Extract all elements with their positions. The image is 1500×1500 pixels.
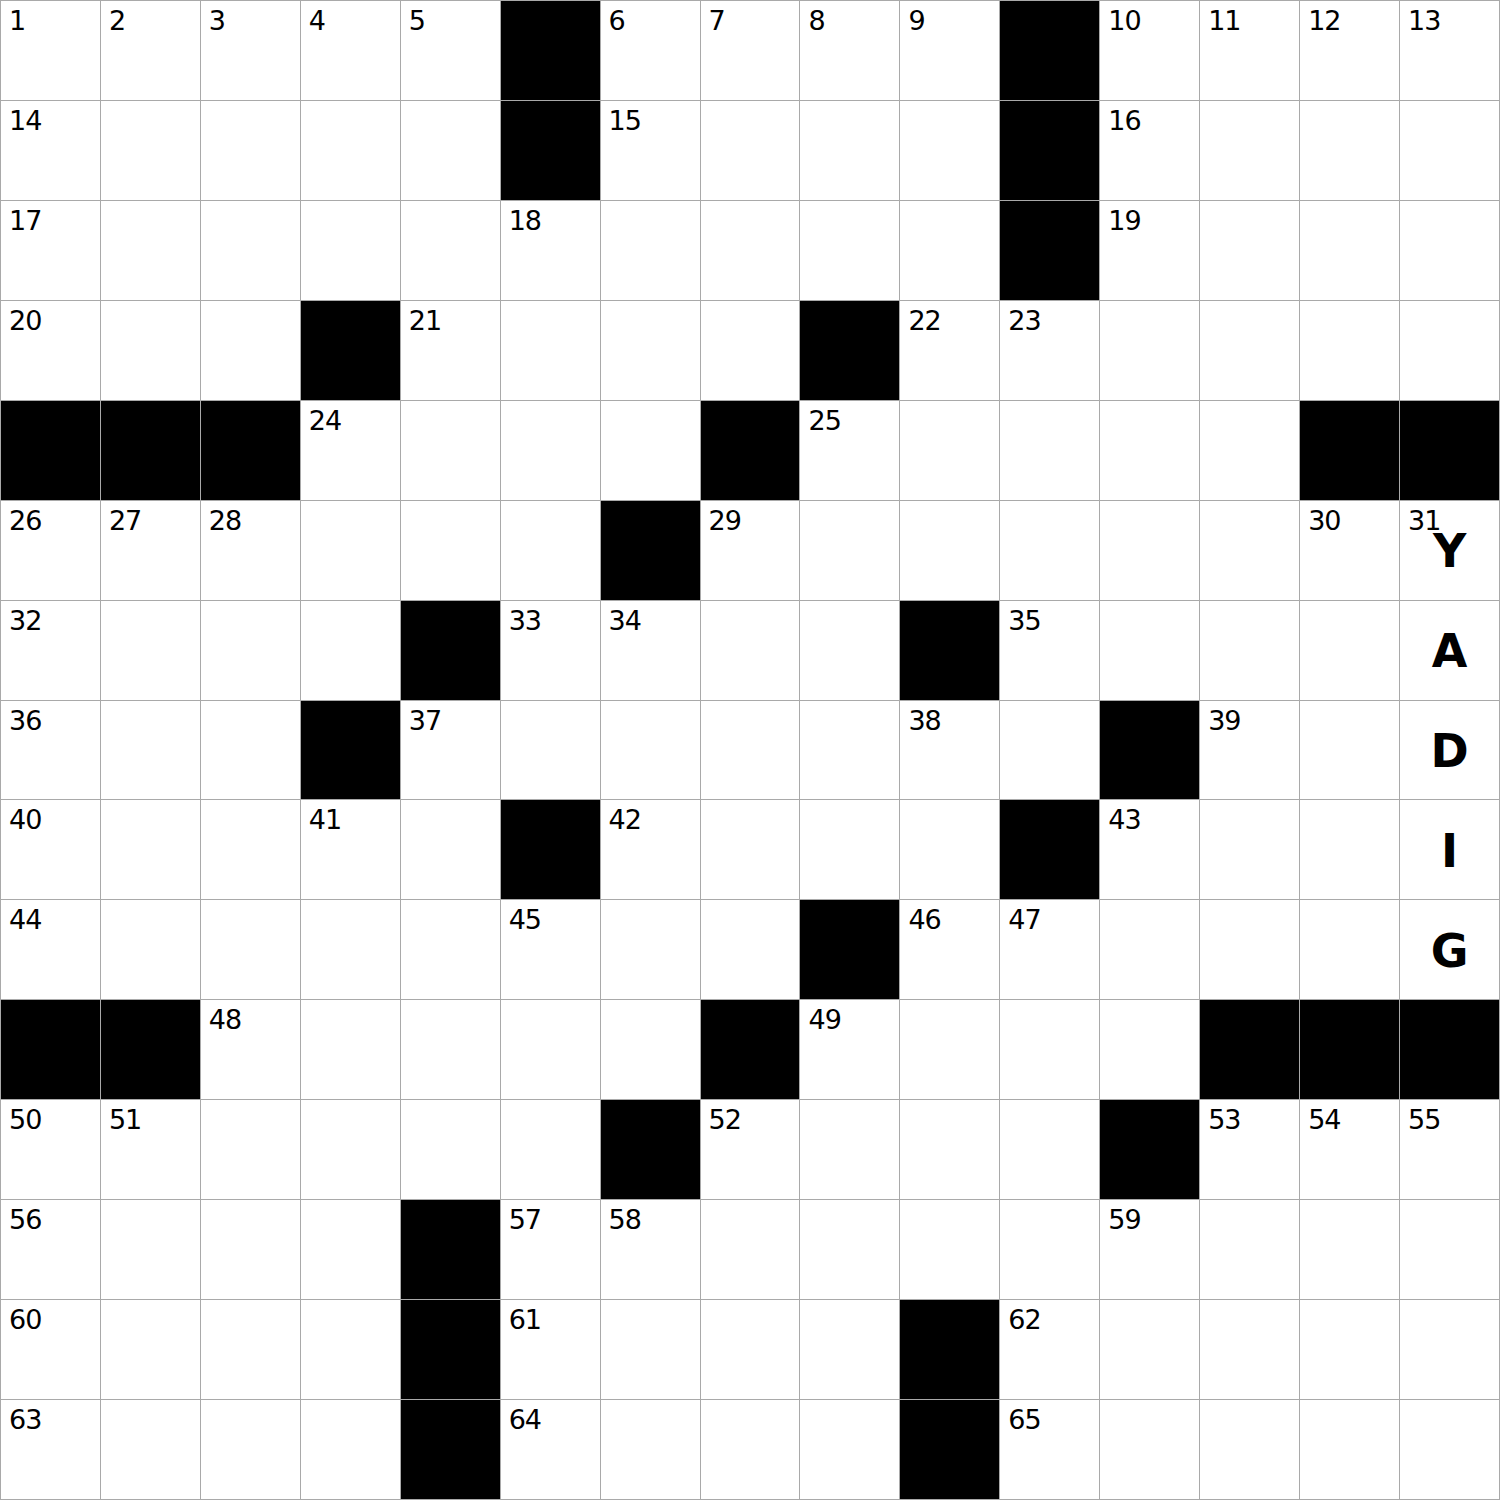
cell-r3c10[interactable] <box>900 201 999 300</box>
cell-r3c7[interactable] <box>601 201 700 300</box>
black-square-r11c1 <box>1 1000 100 1099</box>
clue-number-49: 49 <box>808 1006 840 1033</box>
cell-r5c9[interactable]: 25 <box>800 401 899 500</box>
cell-r10c5[interactable] <box>401 900 500 999</box>
clue-number-2: 2 <box>109 7 125 34</box>
clue-number-46: 46 <box>908 906 940 933</box>
cell-r6c15[interactable]: 31Y <box>1400 501 1499 600</box>
cell-r13c1[interactable]: 56 <box>1 1200 100 1299</box>
cell-r12c15[interactable]: 55 <box>1400 1100 1499 1199</box>
cell-r12c4[interactable] <box>301 1100 400 1199</box>
clue-number-28: 28 <box>209 507 241 534</box>
clue-number-19: 19 <box>1108 207 1140 234</box>
black-square-r14c5 <box>401 1300 500 1399</box>
clue-number-24: 24 <box>309 407 341 434</box>
clue-number-9: 9 <box>908 7 924 34</box>
cell-r12c10[interactable] <box>900 1100 999 1199</box>
cell-letter: D <box>1400 701 1499 800</box>
cell-r7c6[interactable]: 33 <box>501 601 600 700</box>
cell-r8c3[interactable] <box>201 701 300 800</box>
clue-number-44: 44 <box>9 906 41 933</box>
clue-number-60: 60 <box>9 1306 41 1333</box>
clue-number-5: 5 <box>409 7 425 34</box>
black-square-r11c2 <box>101 1000 200 1099</box>
cell-r1c2[interactable]: 2 <box>101 1 200 100</box>
cell-r11c10[interactable] <box>900 1000 999 1099</box>
cell-r13c11[interactable] <box>1000 1200 1099 1299</box>
cell-r7c15[interactable]: A <box>1400 601 1499 700</box>
clue-number-40: 40 <box>9 806 41 833</box>
cell-r6c6[interactable] <box>501 501 600 600</box>
cell-r14c1[interactable]: 60 <box>1 1300 100 1399</box>
clue-number-59: 59 <box>1108 1206 1140 1233</box>
cell-r10c15[interactable]: G <box>1400 900 1499 999</box>
black-square-r2c11 <box>1000 101 1099 200</box>
cell-r14c13[interactable] <box>1200 1300 1299 1399</box>
cell-r2c13[interactable] <box>1200 101 1299 200</box>
cell-r5c7[interactable] <box>601 401 700 500</box>
cell-r15c11[interactable]: 65 <box>1000 1400 1099 1499</box>
cell-r12c2[interactable]: 51 <box>101 1100 200 1199</box>
cell-r4c15[interactable] <box>1400 301 1499 400</box>
cell-r1c8[interactable]: 7 <box>701 1 800 100</box>
black-square-r13c5 <box>401 1200 500 1299</box>
cell-r15c8[interactable] <box>701 1400 800 1499</box>
cell-r7c14[interactable] <box>1300 601 1399 700</box>
cell-r9c1[interactable]: 40 <box>1 800 100 899</box>
cell-r15c6[interactable]: 64 <box>501 1400 600 1499</box>
black-square-r7c5 <box>401 601 500 700</box>
black-square-r5c14 <box>1300 401 1399 500</box>
clue-number-23: 23 <box>1008 307 1040 334</box>
cell-r6c10[interactable] <box>900 501 999 600</box>
cell-r6c12[interactable] <box>1100 501 1199 600</box>
cell-r13c4[interactable] <box>301 1200 400 1299</box>
cell-r15c7[interactable] <box>601 1400 700 1499</box>
cell-r2c15[interactable] <box>1400 101 1499 200</box>
black-square-r9c11 <box>1000 800 1099 899</box>
cell-r10c8[interactable] <box>701 900 800 999</box>
clue-number-8: 8 <box>808 7 824 34</box>
cell-r8c5[interactable]: 37 <box>401 701 500 800</box>
cell-r9c2[interactable] <box>101 800 200 899</box>
cell-r4c1[interactable]: 20 <box>1 301 100 400</box>
cell-r13c2[interactable] <box>101 1200 200 1299</box>
black-square-r1c11 <box>1000 1 1099 100</box>
cell-r11c9[interactable]: 49 <box>800 1000 899 1099</box>
cell-r10c2[interactable] <box>101 900 200 999</box>
cell-r12c9[interactable] <box>800 1100 899 1199</box>
cell-r13c6[interactable]: 57 <box>501 1200 600 1299</box>
cell-r1c15[interactable]: 13 <box>1400 1 1499 100</box>
cell-letter: A <box>1400 601 1499 700</box>
cell-r10c3[interactable] <box>201 900 300 999</box>
cell-r14c11[interactable]: 62 <box>1000 1300 1099 1399</box>
clue-number-34: 34 <box>609 607 641 634</box>
cell-r13c13[interactable] <box>1200 1200 1299 1299</box>
cell-r1c1[interactable]: 1 <box>1 1 100 100</box>
cell-r15c13[interactable] <box>1200 1400 1299 1499</box>
black-square-r5c2 <box>101 401 200 500</box>
clue-number-45: 45 <box>509 906 541 933</box>
clue-number-63: 63 <box>9 1406 41 1433</box>
cell-r14c14[interactable] <box>1300 1300 1399 1399</box>
black-square-r14c10 <box>900 1300 999 1399</box>
cell-r13c9[interactable] <box>800 1200 899 1299</box>
cell-r10c6[interactable]: 45 <box>501 900 600 999</box>
black-square-r8c12 <box>1100 701 1199 800</box>
cell-r7c11[interactable]: 35 <box>1000 601 1099 700</box>
clue-number-51: 51 <box>109 1106 141 1133</box>
cell-r9c5[interactable] <box>401 800 500 899</box>
cell-r13c14[interactable] <box>1300 1200 1399 1299</box>
clue-number-64: 64 <box>509 1406 541 1433</box>
cell-r15c3[interactable] <box>201 1400 300 1499</box>
cell-r6c4[interactable] <box>301 501 400 600</box>
black-square-r4c9 <box>800 301 899 400</box>
cell-r8c6[interactable] <box>501 701 600 800</box>
clue-number-6: 6 <box>609 7 625 34</box>
cell-r2c9[interactable] <box>800 101 899 200</box>
cell-r4c7[interactable] <box>601 301 700 400</box>
cell-r12c6[interactable] <box>501 1100 600 1199</box>
clue-number-3: 3 <box>209 7 225 34</box>
clue-number-13: 13 <box>1408 7 1440 34</box>
clue-number-48: 48 <box>209 1006 241 1033</box>
cell-r14c4[interactable] <box>301 1300 400 1399</box>
clue-number-35: 35 <box>1008 607 1040 634</box>
cell-r8c9[interactable] <box>800 701 899 800</box>
cell-r13c12[interactable]: 59 <box>1100 1200 1199 1299</box>
clue-number-65: 65 <box>1008 1406 1040 1433</box>
clue-number-42: 42 <box>609 806 641 833</box>
clue-number-61: 61 <box>509 1306 541 1333</box>
cell-r15c15[interactable] <box>1400 1400 1499 1499</box>
cell-r7c8[interactable] <box>701 601 800 700</box>
clue-number-58: 58 <box>609 1206 641 1233</box>
black-square-r9c6 <box>501 800 600 899</box>
cell-r15c2[interactable] <box>101 1400 200 1499</box>
cell-r2c2[interactable] <box>101 101 200 200</box>
clue-number-47: 47 <box>1008 906 1040 933</box>
cell-r4c10[interactable]: 22 <box>900 301 999 400</box>
cell-r6c3[interactable]: 28 <box>201 501 300 600</box>
clue-number-16: 16 <box>1108 107 1140 134</box>
crossword-grid: 1234567891011121314151617181920212223242… <box>0 0 1500 1500</box>
cell-r6c8[interactable]: 29 <box>701 501 800 600</box>
cell-r4c5[interactable]: 21 <box>401 301 500 400</box>
clue-number-12: 12 <box>1308 7 1340 34</box>
clue-number-57: 57 <box>509 1206 541 1233</box>
black-square-r11c15 <box>1400 1000 1499 1099</box>
clue-number-62: 62 <box>1008 1306 1040 1333</box>
black-square-r5c15 <box>1400 401 1499 500</box>
cell-r1c12[interactable]: 10 <box>1100 1 1199 100</box>
cell-r7c3[interactable] <box>201 601 300 700</box>
cell-r2c5[interactable] <box>401 101 500 200</box>
clue-number-27: 27 <box>109 507 141 534</box>
cell-r2c10[interactable] <box>900 101 999 200</box>
cell-r9c9[interactable] <box>800 800 899 899</box>
cell-r15c1[interactable]: 63 <box>1 1400 100 1499</box>
clue-number-21: 21 <box>409 307 441 334</box>
cell-r1c5[interactable]: 5 <box>401 1 500 100</box>
cell-r10c1[interactable]: 44 <box>1 900 100 999</box>
black-square-r11c8 <box>701 1000 800 1099</box>
cell-r9c13[interactable] <box>1200 800 1299 899</box>
cell-r7c7[interactable]: 34 <box>601 601 700 700</box>
cell-r13c3[interactable] <box>201 1200 300 1299</box>
cell-r12c14[interactable]: 54 <box>1300 1100 1399 1199</box>
cell-r11c12[interactable] <box>1100 1000 1199 1099</box>
clue-number-25: 25 <box>808 407 840 434</box>
cell-r14c9[interactable] <box>800 1300 899 1399</box>
cell-r7c1[interactable]: 32 <box>1 601 100 700</box>
black-square-r15c10 <box>900 1400 999 1499</box>
cell-r12c1[interactable]: 50 <box>1 1100 100 1199</box>
cell-r2c1[interactable]: 14 <box>1 101 100 200</box>
black-square-r10c9 <box>800 900 899 999</box>
clue-number-55: 55 <box>1408 1106 1440 1133</box>
cell-r2c14[interactable] <box>1300 101 1399 200</box>
black-square-r1c6 <box>501 1 600 100</box>
cell-r1c13[interactable]: 11 <box>1200 1 1299 100</box>
cell-r4c6[interactable] <box>501 301 600 400</box>
cell-r13c10[interactable] <box>900 1200 999 1299</box>
cell-r8c1[interactable]: 36 <box>1 701 100 800</box>
cell-r7c2[interactable] <box>101 601 200 700</box>
cell-r8c14[interactable] <box>1300 701 1399 800</box>
cell-r5c12[interactable] <box>1100 401 1199 500</box>
cell-r5c5[interactable] <box>401 401 500 500</box>
cell-r4c13[interactable] <box>1200 301 1299 400</box>
cell-r6c14[interactable]: 30 <box>1300 501 1399 600</box>
black-square-r12c12 <box>1100 1100 1199 1199</box>
cell-r3c1[interactable]: 17 <box>1 201 100 300</box>
clue-number-29: 29 <box>709 507 741 534</box>
cell-r14c3[interactable] <box>201 1300 300 1399</box>
cell-r11c6[interactable] <box>501 1000 600 1099</box>
cell-r8c8[interactable] <box>701 701 800 800</box>
cell-r8c2[interactable] <box>101 701 200 800</box>
cell-r4c12[interactable] <box>1100 301 1199 400</box>
clue-number-15: 15 <box>609 107 641 134</box>
cell-r13c8[interactable] <box>701 1200 800 1299</box>
cell-r2c7[interactable]: 15 <box>601 101 700 200</box>
cell-r3c8[interactable] <box>701 201 800 300</box>
cell-r3c6[interactable]: 18 <box>501 201 600 300</box>
cell-r15c14[interactable] <box>1300 1400 1399 1499</box>
clue-number-41: 41 <box>309 806 341 833</box>
cell-r8c10[interactable]: 38 <box>900 701 999 800</box>
cell-r2c12[interactable]: 16 <box>1100 101 1199 200</box>
cell-r11c11[interactable] <box>1000 1000 1099 1099</box>
cell-r6c11[interactable] <box>1000 501 1099 600</box>
clue-number-4: 4 <box>309 7 325 34</box>
cell-r1c14[interactable]: 12 <box>1300 1 1399 100</box>
cell-r9c14[interactable] <box>1300 800 1399 899</box>
cell-r7c12[interactable] <box>1100 601 1199 700</box>
cell-r12c8[interactable]: 52 <box>701 1100 800 1199</box>
cell-r10c14[interactable] <box>1300 900 1399 999</box>
cell-r6c2[interactable]: 27 <box>101 501 200 600</box>
cell-letter: G <box>1400 900 1499 999</box>
cell-r10c10[interactable]: 46 <box>900 900 999 999</box>
cell-r6c13[interactable] <box>1200 501 1299 600</box>
cell-r3c14[interactable] <box>1300 201 1399 300</box>
clue-number-26: 26 <box>9 507 41 534</box>
cell-r3c12[interactable]: 19 <box>1100 201 1199 300</box>
cell-r15c9[interactable] <box>800 1400 899 1499</box>
black-square-r12c7 <box>601 1100 700 1199</box>
black-square-r5c3 <box>201 401 300 500</box>
clue-number-43: 43 <box>1108 806 1140 833</box>
clue-number-20: 20 <box>9 307 41 334</box>
cell-r8c13[interactable]: 39 <box>1200 701 1299 800</box>
cell-r15c4[interactable] <box>301 1400 400 1499</box>
cell-r8c11[interactable] <box>1000 701 1099 800</box>
cell-r3c5[interactable] <box>401 201 500 300</box>
cell-r9c10[interactable] <box>900 800 999 899</box>
cell-r9c12[interactable]: 43 <box>1100 800 1199 899</box>
cell-r3c13[interactable] <box>1200 201 1299 300</box>
clue-number-38: 38 <box>908 707 940 734</box>
black-square-r15c5 <box>401 1400 500 1499</box>
cell-r3c2[interactable] <box>101 201 200 300</box>
black-square-r2c6 <box>501 101 600 200</box>
cell-r12c13[interactable]: 53 <box>1200 1100 1299 1199</box>
cell-r10c13[interactable] <box>1200 900 1299 999</box>
cell-r8c15[interactable]: D <box>1400 701 1499 800</box>
cell-r6c9[interactable] <box>800 501 899 600</box>
clue-number-53: 53 <box>1208 1106 1240 1133</box>
black-square-r6c7 <box>601 501 700 600</box>
clue-number-39: 39 <box>1208 707 1240 734</box>
cell-r6c1[interactable]: 26 <box>1 501 100 600</box>
black-square-r3c11 <box>1000 201 1099 300</box>
cell-r11c3[interactable]: 48 <box>201 1000 300 1099</box>
clue-number-7: 7 <box>709 7 725 34</box>
cell-r9c4[interactable]: 41 <box>301 800 400 899</box>
cell-r2c4[interactable] <box>301 101 400 200</box>
cell-r7c4[interactable] <box>301 601 400 700</box>
cell-r3c9[interactable] <box>800 201 899 300</box>
cell-r5c6[interactable] <box>501 401 600 500</box>
cell-r10c4[interactable] <box>301 900 400 999</box>
cell-r13c7[interactable]: 58 <box>601 1200 700 1299</box>
cell-r6c5[interactable] <box>401 501 500 600</box>
cell-r9c7[interactable]: 42 <box>601 800 700 899</box>
cell-r12c3[interactable] <box>201 1100 300 1199</box>
cell-r4c2[interactable] <box>101 301 200 400</box>
cell-r2c8[interactable] <box>701 101 800 200</box>
black-square-r11c14 <box>1300 1000 1399 1099</box>
cell-r1c10[interactable]: 9 <box>900 1 999 100</box>
cell-r12c11[interactable] <box>1000 1100 1099 1199</box>
black-square-r5c1 <box>1 401 100 500</box>
clue-number-10: 10 <box>1108 7 1140 34</box>
cell-r10c12[interactable] <box>1100 900 1199 999</box>
black-square-r11c13 <box>1200 1000 1299 1099</box>
clue-number-56: 56 <box>9 1206 41 1233</box>
clue-number-36: 36 <box>9 707 41 734</box>
cell-r8c7[interactable] <box>601 701 700 800</box>
cell-r3c15[interactable] <box>1400 201 1499 300</box>
cell-r3c3[interactable] <box>201 201 300 300</box>
clue-number-22: 22 <box>908 307 940 334</box>
cell-r4c3[interactable] <box>201 301 300 400</box>
clue-number-14: 14 <box>9 107 41 134</box>
cell-r1c9[interactable]: 8 <box>800 1 899 100</box>
cell-r2c3[interactable] <box>201 101 300 200</box>
black-square-r7c10 <box>900 601 999 700</box>
cell-r5c11[interactable] <box>1000 401 1099 500</box>
clue-number-37: 37 <box>409 707 441 734</box>
clue-number-50: 50 <box>9 1106 41 1133</box>
cell-r14c2[interactable] <box>101 1300 200 1399</box>
cell-r9c15[interactable]: I <box>1400 800 1499 899</box>
cell-r14c7[interactable] <box>601 1300 700 1399</box>
cell-r11c7[interactable] <box>601 1000 700 1099</box>
cell-letter: Y <box>1400 501 1499 600</box>
clue-number-52: 52 <box>709 1106 741 1133</box>
cell-r3c4[interactable] <box>301 201 400 300</box>
cell-r1c7[interactable]: 6 <box>601 1 700 100</box>
black-square-r5c8 <box>701 401 800 500</box>
cell-letter: I <box>1400 800 1499 899</box>
cell-r14c6[interactable]: 61 <box>501 1300 600 1399</box>
cell-r11c5[interactable] <box>401 1000 500 1099</box>
clue-number-17: 17 <box>9 207 41 234</box>
cell-r14c8[interactable] <box>701 1300 800 1399</box>
cell-r5c10[interactable] <box>900 401 999 500</box>
cell-r15c12[interactable] <box>1100 1400 1199 1499</box>
cell-r7c13[interactable] <box>1200 601 1299 700</box>
cell-r10c11[interactable]: 47 <box>1000 900 1099 999</box>
clue-number-32: 32 <box>9 607 41 634</box>
black-square-r8c4 <box>301 701 400 800</box>
clue-number-54: 54 <box>1308 1106 1340 1133</box>
cell-r5c4[interactable]: 24 <box>301 401 400 500</box>
clue-number-1: 1 <box>9 7 25 34</box>
cell-r4c14[interactable] <box>1300 301 1399 400</box>
cell-r7c9[interactable] <box>800 601 899 700</box>
cell-r4c11[interactable]: 23 <box>1000 301 1099 400</box>
clue-number-18: 18 <box>509 207 541 234</box>
black-square-r4c4 <box>301 301 400 400</box>
cell-r4c8[interactable] <box>701 301 800 400</box>
clue-number-33: 33 <box>509 607 541 634</box>
cell-r1c4[interactable]: 4 <box>301 1 400 100</box>
clue-number-30: 30 <box>1308 507 1340 534</box>
clue-number-11: 11 <box>1208 7 1240 34</box>
cell-r5c13[interactable] <box>1200 401 1299 500</box>
cell-r1c3[interactable]: 3 <box>201 1 300 100</box>
cell-r9c3[interactable] <box>201 800 300 899</box>
cell-r13c15[interactable] <box>1400 1200 1499 1299</box>
cell-r14c12[interactable] <box>1100 1300 1199 1399</box>
cell-r9c8[interactable] <box>701 800 800 899</box>
cell-r12c5[interactable] <box>401 1100 500 1199</box>
cell-r11c4[interactable] <box>301 1000 400 1099</box>
cell-r14c15[interactable] <box>1400 1300 1499 1399</box>
cell-r10c7[interactable] <box>601 900 700 999</box>
